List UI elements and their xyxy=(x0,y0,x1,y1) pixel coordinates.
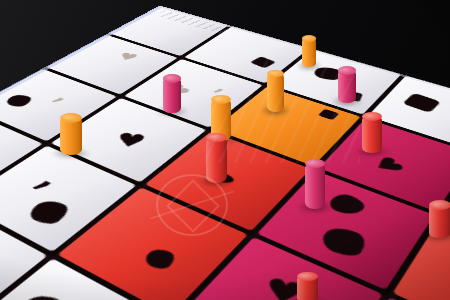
peg-pink[interactable] xyxy=(338,70,356,103)
pegs-layer xyxy=(0,0,450,300)
peg-top-face xyxy=(429,200,450,210)
peg-top-face xyxy=(338,66,356,74)
peg-top-face xyxy=(60,113,82,123)
peg-top-face xyxy=(305,159,325,168)
peg-cylinder-body xyxy=(163,78,181,113)
peg-cylinder-body xyxy=(206,137,227,183)
peg-pink[interactable] xyxy=(305,163,325,209)
peg-red[interactable] xyxy=(429,204,450,238)
peg-top-face xyxy=(362,112,382,121)
peg-top-face xyxy=(267,70,284,78)
peg-cylinder-body xyxy=(362,116,382,153)
peg-cylinder-body xyxy=(302,38,316,67)
peg-red[interactable] xyxy=(297,276,318,300)
peg-top-face xyxy=(302,35,316,41)
peg-cylinder-body xyxy=(60,117,82,155)
peg-top-face xyxy=(163,74,181,82)
peg-pink[interactable] xyxy=(163,78,181,113)
peg-orange[interactable] xyxy=(60,117,82,155)
peg-orange[interactable] xyxy=(302,38,316,67)
peg-top-face xyxy=(211,95,231,104)
peg-red[interactable] xyxy=(362,116,382,153)
peg-red[interactable] xyxy=(206,137,227,183)
peg-cylinder-body xyxy=(338,70,356,103)
peg-orange[interactable] xyxy=(267,73,284,112)
peg-cylinder-body xyxy=(305,163,325,209)
photo-scene: ♥♥,♥,♥,♥ xyxy=(0,0,450,300)
peg-cylinder-body xyxy=(267,73,284,112)
